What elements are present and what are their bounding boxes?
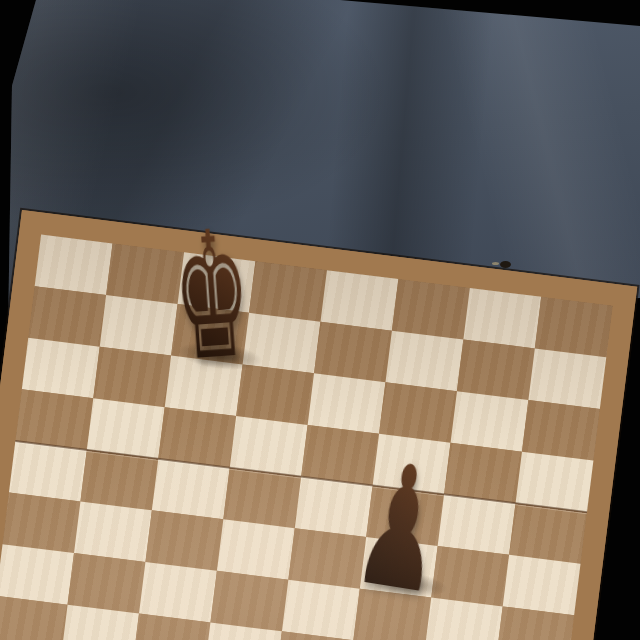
board-clasp: [500, 261, 511, 268]
square-c5: [158, 407, 236, 468]
square-b2: [68, 553, 146, 614]
square-a5: [15, 389, 93, 450]
board-squares: [0, 235, 613, 640]
square-g8: [463, 288, 541, 349]
square-a8: [35, 235, 113, 296]
square-d3: [217, 519, 295, 580]
square-h4: [509, 503, 587, 564]
square-a2: [0, 544, 74, 605]
square-b3: [74, 501, 152, 562]
square-c2: [139, 562, 217, 623]
square-g6: [451, 391, 529, 452]
scene: ♚ ♟: [0, 0, 640, 640]
square-h5: [516, 452, 594, 513]
square-f7: [385, 331, 463, 392]
square-d2: [210, 571, 288, 632]
black-king-piece: ♚: [168, 206, 255, 386]
square-a7: [28, 286, 106, 347]
square-g7: [457, 340, 535, 401]
square-b4: [80, 450, 158, 511]
square-c3: [145, 510, 223, 571]
square-b5: [87, 398, 165, 459]
square-d4: [223, 468, 301, 529]
square-h8: [535, 297, 613, 358]
square-h3: [503, 555, 581, 616]
square-d5: [230, 416, 308, 477]
square-g3: [431, 546, 509, 607]
square-e7: [314, 322, 392, 383]
square-b7: [100, 295, 178, 356]
square-f8: [392, 279, 470, 340]
square-g5: [444, 443, 522, 504]
square-e8: [320, 270, 398, 331]
square-g4: [438, 494, 516, 555]
square-a6: [22, 338, 100, 399]
square-b6: [93, 347, 171, 408]
square-a4: [9, 441, 87, 502]
square-a3: [3, 493, 81, 554]
chessboard: [0, 210, 637, 640]
square-d8: [249, 261, 327, 322]
square-c4: [152, 459, 230, 520]
square-h6: [522, 400, 600, 461]
square-h7: [528, 348, 606, 409]
